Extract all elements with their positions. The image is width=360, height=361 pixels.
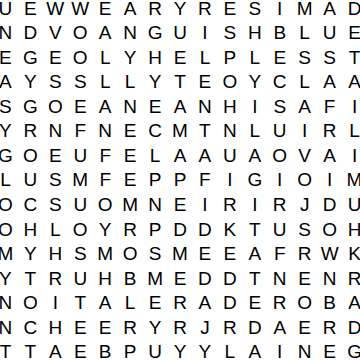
grid-cell[interactable]: U xyxy=(18,168,43,193)
grid-cell[interactable]: H xyxy=(143,45,168,70)
grid-cell[interactable]: R xyxy=(168,290,193,315)
grid-cell[interactable]: E xyxy=(68,94,93,119)
grid-cell[interactable]: I xyxy=(242,94,267,119)
grid-cell[interactable]: O xyxy=(118,241,143,266)
grid-cell[interactable]: K xyxy=(342,241,360,266)
grid-cell[interactable]: M xyxy=(68,168,93,193)
grid-cell[interactable]: O xyxy=(68,21,93,46)
grid-cell[interactable]: L xyxy=(43,217,68,242)
grid-cell[interactable]: E xyxy=(143,94,168,119)
grid-cell[interactable]: Y xyxy=(0,119,18,144)
grid-cell[interactable]: N xyxy=(0,290,18,315)
grid-cell[interactable]: E xyxy=(317,339,342,361)
grid-cell[interactable]: I xyxy=(317,168,342,193)
grid-cell[interactable]: O xyxy=(68,45,93,70)
grid-cell[interactable]: I xyxy=(267,0,292,21)
grid-cell[interactable]: U xyxy=(68,192,93,217)
grid-cell[interactable]: U xyxy=(317,21,342,46)
grid-cell[interactable]: O xyxy=(93,192,118,217)
grid-cell[interactable]: Y xyxy=(143,70,168,95)
grid-cell[interactable]: W xyxy=(68,0,93,21)
grid-cell[interactable]: R xyxy=(217,192,242,217)
grid-cell[interactable]: L xyxy=(292,70,317,95)
grid-cell[interactable]: U xyxy=(342,192,360,217)
grid-cell[interactable]: E xyxy=(18,0,43,21)
grid-cell[interactable]: L xyxy=(217,339,242,361)
grid-cell[interactable]: D xyxy=(217,290,242,315)
grid-cell[interactable]: T xyxy=(168,70,193,95)
grid-cell[interactable]: U xyxy=(0,0,18,21)
grid-cell[interactable]: A xyxy=(0,70,18,95)
grid-cell[interactable]: C xyxy=(143,119,168,144)
grid-cell[interactable]: R xyxy=(192,0,217,21)
grid-cell[interactable]: U xyxy=(143,339,168,361)
grid-cell[interactable]: N xyxy=(43,119,68,144)
grid-cell[interactable]: H xyxy=(43,315,68,340)
grid-cell[interactable]: T xyxy=(192,119,217,144)
grid-cell[interactable]: S xyxy=(0,94,18,119)
grid-cell[interactable]: O xyxy=(292,290,317,315)
grid-cell[interactable]: E xyxy=(217,241,242,266)
grid-cell[interactable]: T xyxy=(242,266,267,291)
grid-cell[interactable]: C xyxy=(18,315,43,340)
grid-cell[interactable]: F xyxy=(93,143,118,168)
grid-cell[interactable]: R xyxy=(217,315,242,340)
grid-cell[interactable]: A xyxy=(118,0,143,21)
grid-cell[interactable]: R xyxy=(292,241,317,266)
grid-cell[interactable]: C xyxy=(18,192,43,217)
grid-cell[interactable]: S xyxy=(317,45,342,70)
grid-cell[interactable]: E xyxy=(292,266,317,291)
grid-cell[interactable]: I xyxy=(217,168,242,193)
grid-cell[interactable]: B xyxy=(93,339,118,361)
grid-cell[interactable]: G xyxy=(18,45,43,70)
grid-cell[interactable]: U xyxy=(68,143,93,168)
grid-cell[interactable]: Y xyxy=(18,241,43,266)
grid-cell[interactable]: E xyxy=(143,290,168,315)
grid-cell[interactable]: L xyxy=(242,119,267,144)
grid-cell[interactable]: A xyxy=(168,143,193,168)
grid-cell[interactable]: A xyxy=(242,143,267,168)
grid-cell[interactable]: E xyxy=(118,168,143,193)
grid-cell[interactable]: G xyxy=(0,143,18,168)
grid-cell[interactable]: J xyxy=(292,192,317,217)
grid-cell[interactable]: L xyxy=(93,45,118,70)
grid-cell[interactable]: D xyxy=(317,192,342,217)
grid-cell[interactable]: R xyxy=(317,315,342,340)
grid-cell[interactable]: R xyxy=(118,217,143,242)
grid-cell[interactable]: S xyxy=(43,168,68,193)
grid-cell[interactable]: Y xyxy=(242,70,267,95)
grid-cell[interactable]: T xyxy=(18,266,43,291)
grid-cell[interactable]: D xyxy=(18,21,43,46)
grid-cell[interactable]: U xyxy=(267,119,292,144)
grid-cell[interactable]: E xyxy=(342,21,360,46)
grid-cell[interactable]: H xyxy=(93,266,118,291)
grid-cell[interactable]: A xyxy=(317,0,342,21)
grid-cell[interactable]: N xyxy=(143,192,168,217)
grid-cell[interactable]: Y xyxy=(168,0,193,21)
grid-cell[interactable]: E xyxy=(93,0,118,21)
grid-cell[interactable]: F xyxy=(317,94,342,119)
grid-cell[interactable]: E xyxy=(168,192,193,217)
grid-cell[interactable]: T xyxy=(68,290,93,315)
grid-cell[interactable]: E xyxy=(43,143,68,168)
grid-cell[interactable]: A xyxy=(93,290,118,315)
grid-cell[interactable]: S xyxy=(292,217,317,242)
grid-cell[interactable]: U xyxy=(68,266,93,291)
grid-cell[interactable]: A xyxy=(317,143,342,168)
grid-cell[interactable]: N xyxy=(0,21,18,46)
grid-cell[interactable]: M xyxy=(143,266,168,291)
grid-cell[interactable]: D xyxy=(342,0,360,21)
grid-cell[interactable]: A xyxy=(317,70,342,95)
grid-cell[interactable]: R xyxy=(168,315,193,340)
grid-cell[interactable]: U xyxy=(267,217,292,242)
grid-cell[interactable]: S xyxy=(43,70,68,95)
grid-cell[interactable]: O xyxy=(217,70,242,95)
grid-cell[interactable]: N xyxy=(267,266,292,291)
grid-cell[interactable]: A xyxy=(93,21,118,46)
grid-cell[interactable]: O xyxy=(18,143,43,168)
grid-cell[interactable]: N xyxy=(192,94,217,119)
grid-cell[interactable]: R xyxy=(18,119,43,144)
grid-cell[interactable]: F xyxy=(192,168,217,193)
grid-cell[interactable]: L xyxy=(192,45,217,70)
grid-cell[interactable]: W xyxy=(317,241,342,266)
grid-cell[interactable]: H xyxy=(342,217,360,242)
grid-cell[interactable]: A xyxy=(292,94,317,119)
grid-cell[interactable]: O xyxy=(317,217,342,242)
grid-cell[interactable]: M xyxy=(0,241,18,266)
grid-cell[interactable]: R xyxy=(342,266,360,291)
grid-cell[interactable]: L xyxy=(118,290,143,315)
grid-cell[interactable]: B xyxy=(317,290,342,315)
grid-cell[interactable]: I xyxy=(267,339,292,361)
grid-cell[interactable]: L xyxy=(0,168,18,193)
word-search-grid: UEWWEARYRESIMADNDVOANGUISHBLUEEGEOLYHELP… xyxy=(0,0,360,361)
grid-cell[interactable]: N xyxy=(317,266,342,291)
grid-cell[interactable]: Y xyxy=(118,45,143,70)
grid-cell[interactable]: L xyxy=(342,119,360,144)
grid-cell[interactable]: R xyxy=(317,119,342,144)
grid-cell[interactable]: E xyxy=(292,315,317,340)
grid-cell[interactable]: S xyxy=(267,94,292,119)
grid-cell[interactable]: S xyxy=(68,70,93,95)
grid-cell[interactable]: Y xyxy=(143,315,168,340)
grid-cell[interactable]: S xyxy=(242,0,267,21)
grid-cell[interactable]: D xyxy=(192,217,217,242)
grid-cell[interactable]: V xyxy=(292,143,317,168)
grid-cell[interactable]: N xyxy=(292,339,317,361)
grid-cell[interactable]: D xyxy=(242,315,267,340)
grid-cell[interactable]: T xyxy=(342,45,360,70)
grid-cell[interactable]: E xyxy=(118,119,143,144)
grid-cell[interactable]: F xyxy=(68,119,93,144)
grid-cell[interactable]: F xyxy=(267,241,292,266)
word-search-page: UEWWEARYRESIMADNDVOANGUISHBLUEEGEOLYHELP… xyxy=(0,0,360,361)
grid-cell[interactable]: G xyxy=(143,21,168,46)
grid-cell[interactable]: O xyxy=(267,143,292,168)
grid-cell[interactable]: I xyxy=(342,143,360,168)
grid-cell[interactable]: I xyxy=(267,168,292,193)
grid-cell[interactable]: M xyxy=(118,192,143,217)
grid-cell[interactable]: S xyxy=(68,241,93,266)
grid-cell[interactable]: E xyxy=(43,45,68,70)
grid-cell[interactable]: E xyxy=(68,339,93,361)
grid-cell[interactable]: Y xyxy=(168,339,193,361)
grid-cell[interactable]: A xyxy=(267,315,292,340)
grid-cell[interactable]: L xyxy=(292,21,317,46)
grid-cell[interactable]: C xyxy=(267,70,292,95)
grid-cell[interactable]: O xyxy=(0,217,18,242)
grid-cell[interactable]: E xyxy=(68,315,93,340)
grid-cell[interactable]: M xyxy=(292,0,317,21)
grid-cell[interactable]: E xyxy=(0,45,18,70)
grid-cell[interactable]: S xyxy=(43,192,68,217)
grid-cell[interactable]: L xyxy=(118,70,143,95)
grid-cell[interactable]: I xyxy=(342,94,360,119)
grid-cell[interactable]: O xyxy=(0,192,18,217)
grid-cell[interactable]: R xyxy=(118,315,143,340)
grid-cell[interactable]: N xyxy=(0,315,18,340)
grid-cell[interactable]: H xyxy=(242,21,267,46)
grid-cell[interactable]: O xyxy=(292,168,317,193)
grid-cell[interactable]: G xyxy=(18,94,43,119)
grid-cell[interactable]: N xyxy=(93,119,118,144)
grid-cell[interactable]: E xyxy=(267,45,292,70)
grid-cell[interactable]: A xyxy=(342,70,360,95)
grid-cell[interactable]: A xyxy=(192,290,217,315)
grid-cell[interactable]: D xyxy=(192,266,217,291)
grid-cell[interactable]: S xyxy=(292,45,317,70)
grid-cell[interactable]: R xyxy=(143,0,168,21)
grid-cell[interactable]: S xyxy=(217,21,242,46)
grid-cell[interactable]: T xyxy=(0,339,18,361)
grid-cell[interactable]: L xyxy=(143,143,168,168)
grid-cell[interactable]: B xyxy=(118,266,143,291)
grid-cell[interactable]: E xyxy=(192,70,217,95)
grid-cell[interactable]: O xyxy=(18,290,43,315)
grid-cell[interactable]: A xyxy=(242,339,267,361)
grid-cell[interactable]: W xyxy=(43,0,68,21)
grid-cell[interactable]: N xyxy=(118,94,143,119)
grid-cell[interactable]: R xyxy=(267,290,292,315)
grid-cell[interactable]: A xyxy=(242,241,267,266)
grid-cell[interactable]: A xyxy=(43,339,68,361)
grid-cell[interactable]: R xyxy=(267,192,292,217)
grid-cell[interactable]: E xyxy=(192,241,217,266)
grid-cell[interactable]: V xyxy=(43,21,68,46)
grid-cell[interactable]: M xyxy=(93,241,118,266)
grid-cell[interactable]: N xyxy=(118,21,143,46)
grid-cell[interactable]: T xyxy=(242,217,267,242)
grid-cell[interactable]: H xyxy=(217,94,242,119)
grid-cell[interactable]: E xyxy=(217,0,242,21)
grid-cell[interactable]: M xyxy=(342,168,360,193)
grid-cell[interactable]: P xyxy=(168,168,193,193)
grid-cell[interactable]: P xyxy=(118,339,143,361)
grid-cell[interactable]: E xyxy=(168,45,193,70)
grid-cell[interactable]: N xyxy=(217,119,242,144)
grid-cell[interactable]: D xyxy=(168,217,193,242)
grid-cell[interactable]: M xyxy=(168,241,193,266)
grid-cell[interactable]: D xyxy=(217,266,242,291)
grid-cell[interactable]: I xyxy=(242,192,267,217)
grid-cell[interactable]: P xyxy=(217,45,242,70)
grid-cell[interactable]: B xyxy=(267,21,292,46)
grid-cell[interactable]: R xyxy=(43,266,68,291)
grid-cell[interactable]: E xyxy=(242,290,267,315)
grid-cell[interactable]: E xyxy=(93,315,118,340)
grid-cell[interactable]: U xyxy=(217,143,242,168)
grid-cell[interactable]: S xyxy=(143,241,168,266)
grid-cell[interactable]: Y xyxy=(93,217,118,242)
grid-cell[interactable]: T xyxy=(18,339,43,361)
grid-cell[interactable]: U xyxy=(168,21,193,46)
grid-cell[interactable]: D xyxy=(342,315,360,340)
grid-cell[interactable]: O xyxy=(43,94,68,119)
grid-cell[interactable]: L xyxy=(93,70,118,95)
grid-cell[interactable]: I xyxy=(192,21,217,46)
grid-cell[interactable]: F xyxy=(93,168,118,193)
grid-cell[interactable]: I xyxy=(292,119,317,144)
grid-cell[interactable]: I xyxy=(43,290,68,315)
grid-cell[interactable]: J xyxy=(192,315,217,340)
grid-cell[interactable]: P xyxy=(143,168,168,193)
grid-cell[interactable]: H xyxy=(18,217,43,242)
grid-cell[interactable]: L xyxy=(242,45,267,70)
grid-cell[interactable]: E xyxy=(168,266,193,291)
grid-cell[interactable]: K xyxy=(217,217,242,242)
grid-cell[interactable]: E xyxy=(118,143,143,168)
grid-cell[interactable]: A xyxy=(93,94,118,119)
grid-cell[interactable]: G xyxy=(342,339,360,361)
grid-cell[interactable]: G xyxy=(242,168,267,193)
grid-cell[interactable]: A xyxy=(192,143,217,168)
grid-cell[interactable]: A xyxy=(342,290,360,315)
grid-cell[interactable]: I xyxy=(192,192,217,217)
grid-cell[interactable]: Y xyxy=(0,266,18,291)
grid-cell[interactable]: H xyxy=(43,241,68,266)
grid-cell[interactable]: A xyxy=(168,94,193,119)
grid-cell[interactable]: P xyxy=(143,217,168,242)
grid-cell[interactable]: Y xyxy=(192,339,217,361)
grid-cell[interactable]: O xyxy=(68,217,93,242)
grid-cell[interactable]: Y xyxy=(18,70,43,95)
grid-cell[interactable]: M xyxy=(168,119,193,144)
